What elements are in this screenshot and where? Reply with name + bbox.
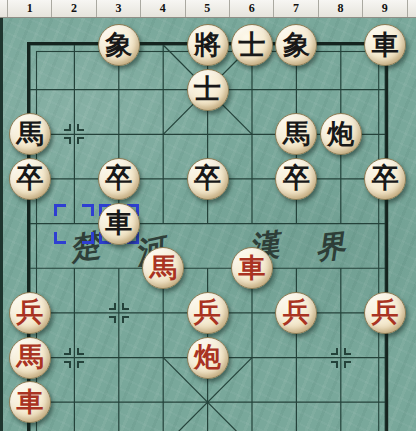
column-header-cell-2: 2 xyxy=(52,0,96,17)
point-marker xyxy=(331,348,351,368)
black-advisor-glyph: 士 xyxy=(194,75,221,102)
black-general[interactable]: 將 xyxy=(187,24,229,66)
black-horse-glyph: 馬 xyxy=(17,120,44,147)
black-chariot[interactable]: 車 xyxy=(364,24,406,66)
red-soldier[interactable]: 兵 xyxy=(364,292,406,334)
black-cannon[interactable]: 炮 xyxy=(320,113,362,155)
black-horse-glyph: 馬 xyxy=(283,120,310,147)
red-soldier[interactable]: 兵 xyxy=(275,292,317,334)
red-chariot-glyph: 車 xyxy=(17,388,44,415)
column-header-cell-6: 6 xyxy=(230,0,274,17)
black-chariot-glyph: 車 xyxy=(105,209,132,236)
black-advisor-glyph: 士 xyxy=(239,31,266,58)
black-elephant[interactable]: 象 xyxy=(98,24,140,66)
board-left-border xyxy=(0,18,3,431)
black-soldier-glyph: 卒 xyxy=(17,164,44,191)
column-header-cell-9: 9 xyxy=(363,0,407,17)
xiangqi-board[interactable]: 楚河漢界象將士象車士馬馬炮卒卒卒卒卒車馬車兵兵兵兵馬炮車 xyxy=(0,18,416,431)
point-marker xyxy=(64,124,84,144)
red-soldier-glyph: 兵 xyxy=(17,298,44,325)
red-chariot[interactable]: 車 xyxy=(231,247,273,289)
black-soldier[interactable]: 卒 xyxy=(187,158,229,200)
black-general-glyph: 將 xyxy=(194,31,221,58)
column-header-cell-7: 7 xyxy=(274,0,318,17)
point-marker xyxy=(64,348,84,368)
red-soldier[interactable]: 兵 xyxy=(9,292,51,334)
column-header-cell-3: 3 xyxy=(97,0,141,17)
red-cannon[interactable]: 炮 xyxy=(187,337,229,379)
point-marker xyxy=(109,303,129,323)
column-header-cell-1: 1 xyxy=(8,0,52,17)
black-elephant-glyph: 象 xyxy=(105,31,132,58)
black-horse[interactable]: 馬 xyxy=(9,113,51,155)
black-cannon-glyph: 炮 xyxy=(327,120,354,147)
black-soldier-glyph: 卒 xyxy=(194,164,221,191)
red-soldier[interactable]: 兵 xyxy=(187,292,229,334)
black-soldier[interactable]: 卒 xyxy=(98,158,140,200)
column-header-cell-5: 5 xyxy=(186,0,230,17)
black-chariot[interactable]: 車 xyxy=(98,203,140,245)
last-move-from-highlight xyxy=(54,204,94,244)
red-soldier-glyph: 兵 xyxy=(283,298,310,325)
black-soldier[interactable]: 卒 xyxy=(9,158,51,200)
red-horse-glyph: 馬 xyxy=(17,343,44,370)
xiangqi-app-window: 123456789 楚河漢界象將士象車士馬馬炮卒卒卒卒卒車馬車兵兵兵兵馬炮車 xyxy=(0,0,416,431)
black-elephant-glyph: 象 xyxy=(283,31,310,58)
column-header-bar: 123456789 xyxy=(0,0,416,18)
red-soldier-glyph: 兵 xyxy=(194,298,221,325)
red-cannon-glyph: 炮 xyxy=(194,343,221,370)
red-horse[interactable]: 馬 xyxy=(9,337,51,379)
red-soldier-glyph: 兵 xyxy=(372,298,399,325)
header-spacer xyxy=(0,0,8,17)
red-chariot[interactable]: 車 xyxy=(9,381,51,423)
column-header-cell-4: 4 xyxy=(141,0,185,17)
black-soldier-glyph: 卒 xyxy=(372,164,399,191)
black-soldier[interactable]: 卒 xyxy=(364,158,406,200)
column-header-cell-8: 8 xyxy=(319,0,363,17)
red-horse-glyph: 馬 xyxy=(150,254,177,281)
black-soldier-glyph: 卒 xyxy=(283,164,310,191)
black-advisor[interactable]: 士 xyxy=(187,69,229,111)
black-soldier-glyph: 卒 xyxy=(105,164,132,191)
red-chariot-glyph: 車 xyxy=(239,254,266,281)
black-chariot-glyph: 車 xyxy=(372,31,399,58)
black-advisor[interactable]: 士 xyxy=(231,24,273,66)
